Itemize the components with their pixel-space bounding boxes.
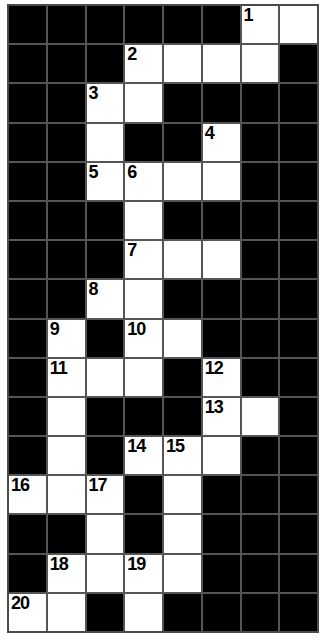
cell-r5c1-black: [9, 163, 46, 200]
clue-number-2: 2: [127, 44, 136, 64]
cell-r12c1-black: [9, 437, 46, 474]
clue-number-6: 6: [127, 162, 136, 182]
cell-r6c2-black: [48, 202, 85, 239]
clue-number-18: 18: [50, 554, 68, 574]
cell-r2c1-black: [9, 45, 46, 82]
cell-r6c4-white[interactable]: [125, 202, 162, 239]
cell-r4c5-black: [164, 124, 201, 161]
cell-r1c7-white[interactable]: 1: [242, 6, 279, 43]
cell-r6c8-black: [280, 202, 317, 239]
cell-r16c2-white[interactable]: [48, 594, 85, 631]
cell-r6c5-black: [164, 202, 201, 239]
cell-r13c7-black: [242, 476, 279, 513]
cell-r4c4-black: [125, 124, 162, 161]
cell-r2c6-white[interactable]: [203, 45, 240, 82]
cell-r6c6-black: [203, 202, 240, 239]
cell-r3c8-black: [280, 84, 317, 121]
cell-r5c5-white[interactable]: [164, 163, 201, 200]
clue-number-9: 9: [50, 319, 59, 339]
cell-r14c6-black: [203, 515, 240, 552]
cell-r16c7-black: [242, 594, 279, 631]
cell-r5c4-white[interactable]: 6: [125, 163, 162, 200]
cell-r3c4-white[interactable]: [125, 84, 162, 121]
cell-r1c3-black: [87, 6, 124, 43]
cell-r16c8-black: [280, 594, 317, 631]
cell-r4c8-black: [280, 124, 317, 161]
clue-number-8: 8: [89, 279, 98, 299]
cell-r14c1-black: [9, 515, 46, 552]
cell-r14c3-white[interactable]: [87, 515, 124, 552]
cell-r8c3-white[interactable]: 8: [87, 280, 124, 317]
clue-number-1: 1: [244, 5, 253, 25]
cell-r12c7-black: [242, 437, 279, 474]
cell-r14c8-black: [280, 515, 317, 552]
cell-r1c5-black: [164, 6, 201, 43]
cell-r9c1-black: [9, 320, 46, 357]
cell-r15c5-white[interactable]: [164, 555, 201, 592]
cell-r9c4-white[interactable]: 10: [125, 320, 162, 357]
cell-r6c7-black: [242, 202, 279, 239]
cell-r8c7-black: [242, 280, 279, 317]
cell-r11c7-white[interactable]: [242, 398, 279, 435]
cell-r15c6-black: [203, 555, 240, 592]
cell-r13c2-white[interactable]: [48, 476, 85, 513]
cell-r4c3-white[interactable]: [87, 124, 124, 161]
cell-r6c3-black: [87, 202, 124, 239]
cell-r4c2-black: [48, 124, 85, 161]
cell-r10c6-white[interactable]: 12: [203, 359, 240, 396]
cell-r5c7-black: [242, 163, 279, 200]
cell-r9c3-black: [87, 320, 124, 357]
clue-number-7: 7: [127, 240, 136, 260]
cell-r14c5-white[interactable]: [164, 515, 201, 552]
cell-r10c7-black: [242, 359, 279, 396]
cell-r7c8-black: [280, 241, 317, 278]
cell-r12c5-white[interactable]: 15: [164, 437, 201, 474]
cell-r2c8-black: [280, 45, 317, 82]
cell-r3c2-black: [48, 84, 85, 121]
cell-r10c4-white[interactable]: [125, 359, 162, 396]
clue-number-5: 5: [89, 162, 98, 182]
cell-r15c2-white[interactable]: 18: [48, 555, 85, 592]
cell-r5c2-black: [48, 163, 85, 200]
cell-r16c4-white[interactable]: [125, 594, 162, 631]
cell-r15c8-black: [280, 555, 317, 592]
cell-r16c3-black: [87, 594, 124, 631]
cell-r9c8-black: [280, 320, 317, 357]
cell-r8c5-black: [164, 280, 201, 317]
clue-number-15: 15: [166, 436, 184, 456]
cell-r1c8-white[interactable]: [280, 6, 317, 43]
cell-r3c6-black: [203, 84, 240, 121]
cell-r15c7-black: [242, 555, 279, 592]
cell-r11c6-white[interactable]: 13: [203, 398, 240, 435]
cell-r11c8-black: [280, 398, 317, 435]
cell-r11c2-white[interactable]: [48, 398, 85, 435]
cell-r16c5-black: [164, 594, 201, 631]
cell-r16c6-black: [203, 594, 240, 631]
clue-number-14: 14: [127, 436, 145, 456]
cell-r13c4-black: [125, 476, 162, 513]
clue-number-20: 20: [11, 593, 29, 613]
cell-r16c1-white[interactable]: 20: [9, 594, 46, 631]
cell-r3c7-black: [242, 84, 279, 121]
clue-number-16: 16: [11, 475, 29, 495]
cell-r9c2-white[interactable]: 9: [48, 320, 85, 357]
cell-r7c5-white[interactable]: [164, 241, 201, 278]
cell-r11c3-black: [87, 398, 124, 435]
cell-r12c8-black: [280, 437, 317, 474]
cell-r10c5-black: [164, 359, 201, 396]
cell-r7c4-white[interactable]: 7: [125, 241, 162, 278]
clue-number-4: 4: [205, 123, 214, 143]
cell-r4c1-black: [9, 124, 46, 161]
cell-r3c3-white[interactable]: 3: [87, 84, 124, 121]
cell-r1c2-black: [48, 6, 85, 43]
cell-r3c5-black: [164, 84, 201, 121]
cell-r6c1-black: [9, 202, 46, 239]
cell-r11c1-black: [9, 398, 46, 435]
cell-r7c2-black: [48, 241, 85, 278]
cell-r1c6-black: [203, 6, 240, 43]
cell-r13c5-white[interactable]: [164, 476, 201, 513]
cell-r2c4-white[interactable]: 2: [125, 45, 162, 82]
cell-r2c3-black: [87, 45, 124, 82]
clue-number-19: 19: [127, 554, 145, 574]
cell-r9c5-white[interactable]: [164, 320, 201, 357]
cell-r5c3-white[interactable]: 5: [87, 163, 124, 200]
cell-r7c1-black: [9, 241, 46, 278]
cell-r4c6-white[interactable]: 4: [203, 124, 240, 161]
cell-r7c7-black: [242, 241, 279, 278]
cell-r7c6-white[interactable]: [203, 241, 240, 278]
cell-r9c6-black: [203, 320, 240, 357]
cell-r12c3-black: [87, 437, 124, 474]
cell-r5c6-white[interactable]: [203, 163, 240, 200]
cell-r9c7-black: [242, 320, 279, 357]
cell-r14c7-black: [242, 515, 279, 552]
cell-r11c4-black: [125, 398, 162, 435]
cell-r15c1-black: [9, 555, 46, 592]
cell-r4c7-black: [242, 124, 279, 161]
cell-r2c7-white[interactable]: [242, 45, 279, 82]
cell-r12c6-white[interactable]: [203, 437, 240, 474]
cell-r15c3-white[interactable]: [87, 555, 124, 592]
cell-r13c3-white[interactable]: 17: [87, 476, 124, 513]
cell-r8c6-black: [203, 280, 240, 317]
cell-r8c8-black: [280, 280, 317, 317]
cell-r8c1-black: [9, 280, 46, 317]
cell-r13c6-black: [203, 476, 240, 513]
cell-r15c4-white[interactable]: 19: [125, 555, 162, 592]
cell-r13c1-white[interactable]: 16: [9, 476, 46, 513]
cell-r1c4-black: [125, 6, 162, 43]
cell-r14c4-black: [125, 515, 162, 552]
cell-r8c2-black: [48, 280, 85, 317]
cell-r12c4-white[interactable]: 14: [125, 437, 162, 474]
cell-r10c8-black: [280, 359, 317, 396]
cell-r10c2-white[interactable]: 11: [48, 359, 85, 396]
cell-r7c3-black: [87, 241, 124, 278]
cell-r13c8-black: [280, 476, 317, 513]
cell-r5c8-black: [280, 163, 317, 200]
clue-number-17: 17: [89, 475, 107, 495]
cell-r12c2-white[interactable]: [48, 437, 85, 474]
cell-r1c1-black: [9, 6, 46, 43]
cell-r11c5-black: [164, 398, 201, 435]
cell-r2c5-white[interactable]: [164, 45, 201, 82]
cell-r10c1-black: [9, 359, 46, 396]
clue-number-13: 13: [205, 397, 223, 417]
cell-r14c2-black: [48, 515, 85, 552]
cell-r10c3-white[interactable]: [87, 359, 124, 396]
cell-r2c2-black: [48, 45, 85, 82]
clue-number-11: 11: [50, 358, 67, 378]
clue-number-10: 10: [127, 319, 145, 339]
crossword-board: 1234567891011121314151617181920: [7, 4, 319, 633]
clue-number-3: 3: [89, 83, 98, 103]
cell-r8c4-white[interactable]: [125, 280, 162, 317]
cell-r3c1-black: [9, 84, 46, 121]
clue-number-12: 12: [205, 358, 223, 378]
